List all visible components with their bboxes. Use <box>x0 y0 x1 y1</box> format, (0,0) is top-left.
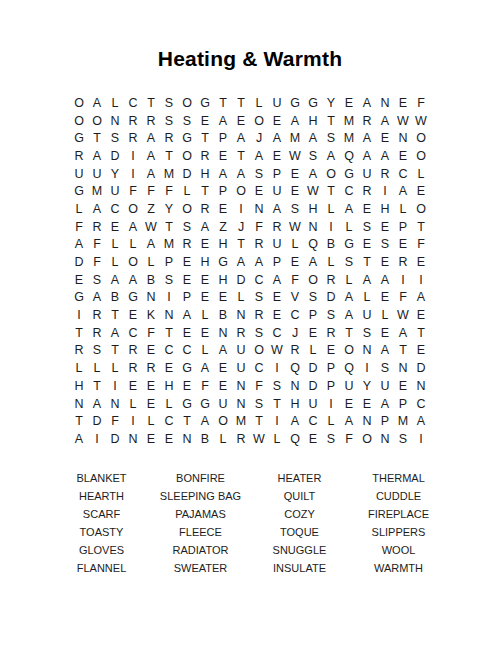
word-list-item: COZY <box>250 505 349 523</box>
grid-cell: Q <box>340 147 358 165</box>
grid-cell: U <box>376 377 394 395</box>
grid-cell: E <box>196 324 214 342</box>
word-list-column: THERMALCUDDLEFIREPLACESLIPPERSWOOLWARMTH <box>349 469 448 577</box>
grid-cell: O <box>322 165 340 183</box>
grid-cell: U <box>70 165 88 183</box>
word-list-column: BONFIRESLEEPING BAGPAJAMASFLEECERADIATOR… <box>151 469 250 577</box>
grid-cell: B <box>322 236 340 254</box>
grid-cell: A <box>322 147 340 165</box>
grid-cell: S <box>106 129 124 147</box>
grid-cell: A <box>88 200 106 218</box>
grid-cell: O <box>232 182 250 200</box>
grid-cell: E <box>340 94 358 112</box>
grid-cell: L <box>358 289 376 307</box>
grid-cell: S <box>160 271 178 289</box>
grid-cell: A <box>142 236 160 254</box>
word-list-item: FLANNEL <box>52 559 151 577</box>
grid-cell: S <box>250 289 268 307</box>
grid-cell: S <box>358 218 376 236</box>
grid-cell: N <box>358 342 376 360</box>
grid-cell: T <box>340 324 358 342</box>
grid-cell: P <box>268 253 286 271</box>
grid-cell: Q <box>304 236 322 254</box>
grid-cell: A <box>88 289 106 307</box>
grid-cell: W <box>412 112 430 130</box>
grid-cell: I <box>268 412 286 430</box>
grid-cell: I <box>412 271 430 289</box>
grid-cell: J <box>250 129 268 147</box>
grid-cell: L <box>412 165 430 183</box>
grid-cell: P <box>322 377 340 395</box>
grid-cell: L <box>232 289 250 307</box>
grid-cell: V <box>286 289 304 307</box>
grid-cell: A <box>142 165 160 183</box>
grid-cell: R <box>124 359 142 377</box>
grid-cell: A <box>304 253 322 271</box>
grid-cell: D <box>106 430 124 448</box>
grid-cell: A <box>358 94 376 112</box>
grid-cell: T <box>142 94 160 112</box>
grid-cell: N <box>286 377 304 395</box>
grid-cell: N <box>358 412 376 430</box>
grid-cell: H <box>214 236 232 254</box>
grid-cell: O <box>70 94 88 112</box>
grid-cell: C <box>304 412 322 430</box>
grid-cell: E <box>394 147 412 165</box>
grid-cell: N <box>394 359 412 377</box>
grid-cell: A <box>250 147 268 165</box>
grid-cell: E <box>286 182 304 200</box>
grid-cell: B <box>106 289 124 307</box>
grid-cell: T <box>70 324 88 342</box>
grid-cell: B <box>196 430 214 448</box>
grid-cell: E <box>142 430 160 448</box>
grid-cell: W <box>286 218 304 236</box>
word-list-item: RADIATOR <box>151 541 250 559</box>
grid-cell: N <box>160 306 178 324</box>
grid-cell: N <box>304 218 322 236</box>
grid-cell: S <box>250 324 268 342</box>
word-list-item: SLIPPERS <box>349 523 448 541</box>
grid-cell: N <box>394 129 412 147</box>
grid-cell: I <box>232 200 250 218</box>
grid-cell: T <box>232 94 250 112</box>
grid-cell: G <box>340 165 358 183</box>
grid-cell: L <box>88 359 106 377</box>
grid-cell: S <box>394 430 412 448</box>
grid-cell: O <box>304 271 322 289</box>
grid-cell: U <box>340 377 358 395</box>
grid-cell: E <box>178 377 196 395</box>
grid-cell: F <box>286 271 304 289</box>
grid-cell: U <box>268 182 286 200</box>
grid-cell: A <box>358 129 376 147</box>
grid-cell: A <box>232 165 250 183</box>
grid-cell: N <box>106 395 124 413</box>
grid-cell: A <box>358 271 376 289</box>
grid-cell: I <box>160 289 178 307</box>
puzzle-title: Heating & Warmth <box>0 46 500 72</box>
grid-cell: G <box>178 359 196 377</box>
grid-cell: E <box>268 147 286 165</box>
grid-cell: L <box>250 94 268 112</box>
grid-cell: L <box>340 218 358 236</box>
grid-cell: N <box>250 200 268 218</box>
grid-cell: E <box>322 342 340 360</box>
grid-cell: L <box>214 430 232 448</box>
grid-cell: S <box>286 200 304 218</box>
grid-cell: Q <box>286 430 304 448</box>
grid-cell: G <box>340 236 358 254</box>
grid-cell: A <box>214 165 232 183</box>
grid-cell: A <box>70 430 88 448</box>
grid-cell: S <box>178 112 196 130</box>
grid-cell: E <box>232 112 250 130</box>
grid-cell: Y <box>160 200 178 218</box>
grid-cell: R <box>124 112 142 130</box>
grid-cell: E <box>106 218 124 236</box>
grid-cell: H <box>304 112 322 130</box>
grid-cell: C <box>250 359 268 377</box>
grid-cell: E <box>268 306 286 324</box>
grid-cell: O <box>412 129 430 147</box>
grid-cell: L <box>70 200 88 218</box>
grid-cell: I <box>358 359 376 377</box>
grid-cell: W <box>394 112 412 130</box>
grid-cell: C <box>250 271 268 289</box>
grid-cell: A <box>142 147 160 165</box>
grid-cell: E <box>304 324 322 342</box>
grid-cell: Z <box>142 200 160 218</box>
grid-cell: M <box>232 412 250 430</box>
grid-cell: M <box>286 129 304 147</box>
grid-cell: A <box>340 200 358 218</box>
grid-cell: E <box>196 112 214 130</box>
grid-cell: C <box>340 182 358 200</box>
grid-cell: O <box>178 94 196 112</box>
grid-cell: E <box>214 377 232 395</box>
grid-cell: U <box>268 94 286 112</box>
grid-cell: L <box>268 430 286 448</box>
grid-cell: E <box>394 377 412 395</box>
grid-cell: E <box>394 94 412 112</box>
grid-cell: C <box>124 94 142 112</box>
grid-cell: L <box>322 412 340 430</box>
grid-cell: E <box>142 342 160 360</box>
grid-cell: L <box>106 359 124 377</box>
grid-cell: A <box>340 306 358 324</box>
grid-cell: E <box>268 289 286 307</box>
grid-cell: A <box>376 147 394 165</box>
grid-cell: A <box>88 147 106 165</box>
grid-cell: R <box>178 236 196 254</box>
grid-cell: P <box>394 218 412 236</box>
grid-cell: O <box>178 147 196 165</box>
grid-cell: S <box>178 218 196 236</box>
grid-cell: R <box>124 129 142 147</box>
grid-cell: R <box>322 271 340 289</box>
grid-cell: A <box>214 342 232 360</box>
grid-cell: T <box>232 147 250 165</box>
grid-cell: F <box>142 182 160 200</box>
grid-cell: R <box>286 342 304 360</box>
grid-cell: N <box>376 430 394 448</box>
grid-cell: N <box>124 430 142 448</box>
grid-cell: E <box>340 395 358 413</box>
grid-cell: R <box>358 112 376 130</box>
word-list-item: CUDDLE <box>349 487 448 505</box>
grid-cell: A <box>376 271 394 289</box>
grid-cell: E <box>358 395 376 413</box>
grid-cell: M <box>340 112 358 130</box>
word-list-item: FIREPLACE <box>349 505 448 523</box>
grid-cell: E <box>358 200 376 218</box>
grid-cell: A <box>412 289 430 307</box>
grid-cell: H <box>376 200 394 218</box>
grid-cell: P <box>304 306 322 324</box>
grid-cell: E <box>412 182 430 200</box>
grid-cell: S <box>322 430 340 448</box>
grid-cell: S <box>250 395 268 413</box>
word-list-item: QUILT <box>250 487 349 505</box>
grid-cell: R <box>358 182 376 200</box>
grid-cell: S <box>304 147 322 165</box>
grid-cell: E <box>196 271 214 289</box>
grid-cell: L <box>196 306 214 324</box>
grid-cell: A <box>88 395 106 413</box>
grid-cell: S <box>358 324 376 342</box>
grid-cell: U <box>232 342 250 360</box>
grid-cell: H <box>160 377 178 395</box>
grid-cell: G <box>70 129 88 147</box>
grid-cell: F <box>106 412 124 430</box>
grid-cell: R <box>376 165 394 183</box>
grid-cell: R <box>322 324 340 342</box>
grid-cell: C <box>160 342 178 360</box>
grid-cell: R <box>88 324 106 342</box>
grid-cell: A <box>124 271 142 289</box>
grid-cell: L <box>196 342 214 360</box>
grid-cell: I <box>124 412 142 430</box>
grid-cell: E <box>250 182 268 200</box>
grid-cell: S <box>322 306 340 324</box>
grid-cell: T <box>250 412 268 430</box>
grid-cell: O <box>340 342 358 360</box>
grid-cell: C <box>394 165 412 183</box>
grid-cell: O <box>88 112 106 130</box>
grid-cell: O <box>250 112 268 130</box>
grid-cell: L <box>304 342 322 360</box>
grid-cell: T <box>196 182 214 200</box>
grid-cell: L <box>106 253 124 271</box>
grid-cell: L <box>124 236 142 254</box>
grid-cell: E <box>142 395 160 413</box>
grid-cell: D <box>178 165 196 183</box>
grid-cell: P <box>160 253 178 271</box>
grid-cell: O <box>412 147 430 165</box>
grid-cell: F <box>70 218 88 236</box>
grid-cell: E <box>268 112 286 130</box>
grid-cell: E <box>178 253 196 271</box>
grid-cell: R <box>142 359 160 377</box>
grid-cell: U <box>304 395 322 413</box>
grid-cell: Z <box>214 218 232 236</box>
grid-cell: F <box>412 236 430 254</box>
grid-cell: A <box>394 324 412 342</box>
grid-cell: I <box>394 271 412 289</box>
grid-cell: O <box>412 200 430 218</box>
grid-cell: E <box>376 218 394 236</box>
grid-cell: H <box>196 253 214 271</box>
grid-cell: T <box>88 129 106 147</box>
grid-cell: C <box>178 342 196 360</box>
grid-cell: W <box>250 430 268 448</box>
grid-cell: S <box>376 359 394 377</box>
grid-cell: R <box>196 200 214 218</box>
grid-cell: I <box>88 430 106 448</box>
word-list-item: HEARTH <box>52 487 151 505</box>
grid-cell: G <box>214 253 232 271</box>
grid-cell: E <box>286 165 304 183</box>
grid-cell: F <box>124 182 142 200</box>
grid-cell: U <box>232 359 250 377</box>
grid-cell: T <box>160 218 178 236</box>
word-list-item: WARMTH <box>349 559 448 577</box>
grid-cell: E <box>124 377 142 395</box>
grid-cell: W <box>142 218 160 236</box>
word-list-item: BONFIRE <box>151 469 250 487</box>
grid-cell: L <box>286 236 304 254</box>
grid-cell: R <box>70 342 88 360</box>
grid-cell: H <box>286 395 304 413</box>
grid-cell: A <box>412 412 430 430</box>
grid-cell: W <box>394 306 412 324</box>
grid-cell: U <box>214 395 232 413</box>
grid-cell: T <box>196 129 214 147</box>
grid-cell: S <box>88 271 106 289</box>
grid-cell: I <box>322 218 340 236</box>
grid-cell: F <box>412 94 430 112</box>
grid-cell: M <box>88 182 106 200</box>
grid-cell: T <box>106 306 124 324</box>
grid-cell: R <box>196 147 214 165</box>
grid-cell: A <box>304 129 322 147</box>
grid-cell: A <box>376 395 394 413</box>
grid-cell: H <box>214 271 232 289</box>
grid-cell: R <box>124 342 142 360</box>
grid-cell: L <box>394 200 412 218</box>
grid-cell: T <box>178 412 196 430</box>
grid-cell: E <box>376 129 394 147</box>
grid-cell: L <box>124 395 142 413</box>
grid-cell: T <box>232 236 250 254</box>
grid-cell: A <box>106 271 124 289</box>
grid-cell: D <box>106 147 124 165</box>
grid-cell: U <box>268 236 286 254</box>
grid-cell: W <box>268 342 286 360</box>
grid-cell: Q <box>340 359 358 377</box>
grid-cell: H <box>70 377 88 395</box>
word-list-item: TOQUE <box>250 523 349 541</box>
grid-cell: U <box>358 165 376 183</box>
grid-cell: A <box>196 218 214 236</box>
grid-cell: A <box>340 412 358 430</box>
grid-cell: A <box>124 218 142 236</box>
grid-cell: F <box>394 289 412 307</box>
grid-cell: M <box>160 165 178 183</box>
grid-cell: J <box>232 218 250 236</box>
word-list-item: SLEEPING BAG <box>151 487 250 505</box>
grid-cell: E <box>304 430 322 448</box>
grid-cell: A <box>142 129 160 147</box>
grid-cell: W <box>304 182 322 200</box>
grid-cell: L <box>106 94 124 112</box>
puzzle-page: Heating & Warmth OALCTSOGTTLUGGYEANEFOON… <box>0 0 500 647</box>
grid-cell: I <box>322 395 340 413</box>
grid-cell: N <box>376 94 394 112</box>
grid-cell: I <box>412 430 430 448</box>
grid-cell: A <box>394 182 412 200</box>
word-search-grid: OALCTSOGTTLUGGYEANEFOONRRSSEAEOEAHTMRAWW… <box>0 94 500 448</box>
grid-cell: A <box>196 359 214 377</box>
grid-cell: R <box>250 306 268 324</box>
grid-cell: A <box>232 129 250 147</box>
grid-cell: E <box>412 306 430 324</box>
grid-cell: L <box>142 412 160 430</box>
grid-cell: T <box>322 112 340 130</box>
grid-cell: F <box>88 253 106 271</box>
grid-cell: T <box>394 342 412 360</box>
grid-cell: G <box>70 182 88 200</box>
grid-cell: J <box>286 324 304 342</box>
grid-cell: A <box>304 165 322 183</box>
grid-cell: E <box>196 289 214 307</box>
grid-cell: E <box>178 324 196 342</box>
grid-cell: C <box>124 324 142 342</box>
grid-cell: F <box>340 430 358 448</box>
grid-cell: A <box>340 289 358 307</box>
grid-cell: E <box>214 359 232 377</box>
grid-cell: G <box>178 129 196 147</box>
grid-cell: S <box>250 165 268 183</box>
grid-cell: F <box>250 218 268 236</box>
grid-cell: L <box>322 253 340 271</box>
grid-cell: P <box>394 395 412 413</box>
grid-cell: W <box>286 147 304 165</box>
grid-cell: R <box>160 129 178 147</box>
grid-cell: A <box>286 412 304 430</box>
grid-cell: M <box>394 412 412 430</box>
grid-cell: E <box>412 253 430 271</box>
grid-cell: P <box>376 412 394 430</box>
grid-cell: E <box>178 271 196 289</box>
grid-cell: N <box>70 395 88 413</box>
grid-cell: M <box>340 129 358 147</box>
grid-cell: I <box>124 165 142 183</box>
grid-cell: C <box>268 324 286 342</box>
word-list-item: GLOVES <box>52 541 151 559</box>
grid-cell: Y <box>322 94 340 112</box>
grid-cell: H <box>196 165 214 183</box>
grid-cell: S <box>340 253 358 271</box>
grid-cell: N <box>232 395 250 413</box>
grid-cell: B <box>142 271 160 289</box>
grid-cell: P <box>178 289 196 307</box>
grid-cell: E <box>376 253 394 271</box>
grid-cell: R <box>70 147 88 165</box>
grid-cell: R <box>88 306 106 324</box>
grid-cell: K <box>142 306 160 324</box>
